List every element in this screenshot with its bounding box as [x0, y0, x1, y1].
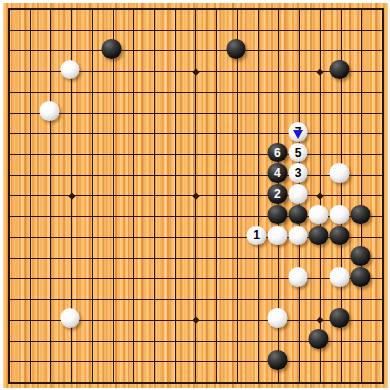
intersection[interactable] — [310, 331, 331, 352]
intersection[interactable] — [61, 372, 82, 390]
intersection[interactable] — [268, 227, 289, 248]
intersection[interactable] — [20, 186, 41, 207]
intersection[interactable] — [103, 289, 124, 310]
intersection[interactable] — [248, 0, 269, 20]
intersection[interactable] — [123, 103, 144, 124]
intersection[interactable] — [144, 268, 165, 289]
intersection[interactable] — [248, 123, 269, 144]
intersection[interactable] — [310, 248, 331, 269]
intersection[interactable] — [41, 206, 62, 227]
intersection[interactable] — [82, 248, 103, 269]
intersection[interactable] — [227, 227, 248, 248]
intersection[interactable] — [20, 103, 41, 124]
intersection[interactable] — [351, 0, 372, 20]
intersection[interactable] — [372, 0, 390, 20]
intersection[interactable] — [0, 144, 20, 165]
intersection[interactable] — [103, 310, 124, 331]
intersection[interactable] — [20, 20, 41, 41]
intersection[interactable] — [227, 144, 248, 165]
intersection[interactable] — [41, 186, 62, 207]
intersection[interactable] — [289, 351, 310, 372]
intersection[interactable] — [372, 103, 390, 124]
intersection[interactable] — [165, 227, 186, 248]
intersection[interactable] — [331, 248, 352, 269]
intersection[interactable] — [206, 165, 227, 186]
intersection[interactable] — [144, 351, 165, 372]
intersection[interactable] — [372, 41, 390, 62]
intersection[interactable]: 3 — [289, 165, 310, 186]
intersection[interactable] — [165, 144, 186, 165]
intersection[interactable] — [289, 82, 310, 103]
intersection[interactable] — [227, 268, 248, 289]
intersection[interactable] — [41, 61, 62, 82]
intersection[interactable] — [61, 310, 82, 331]
intersection[interactable] — [61, 123, 82, 144]
intersection[interactable] — [310, 227, 331, 248]
intersection[interactable] — [82, 20, 103, 41]
intersection[interactable] — [372, 20, 390, 41]
intersection[interactable] — [268, 289, 289, 310]
intersection[interactable] — [372, 310, 390, 331]
intersection[interactable] — [20, 268, 41, 289]
intersection[interactable] — [248, 82, 269, 103]
intersection[interactable] — [0, 0, 20, 20]
intersection[interactable] — [103, 248, 124, 269]
intersection[interactable] — [186, 82, 207, 103]
intersection[interactable] — [165, 268, 186, 289]
intersection[interactable] — [206, 103, 227, 124]
intersection[interactable] — [123, 372, 144, 390]
intersection[interactable] — [144, 248, 165, 269]
intersection[interactable]: 1 — [248, 227, 269, 248]
intersection[interactable] — [144, 20, 165, 41]
intersection[interactable] — [248, 165, 269, 186]
intersection[interactable] — [165, 248, 186, 269]
intersection[interactable] — [41, 248, 62, 269]
intersection[interactable] — [82, 289, 103, 310]
intersection[interactable] — [351, 103, 372, 124]
intersection[interactable]: 5 — [289, 144, 310, 165]
intersection[interactable] — [227, 82, 248, 103]
intersection[interactable] — [20, 41, 41, 62]
intersection[interactable] — [310, 61, 331, 82]
intersection[interactable] — [206, 227, 227, 248]
intersection[interactable] — [186, 144, 207, 165]
intersection[interactable] — [144, 289, 165, 310]
intersection[interactable] — [103, 82, 124, 103]
intersection[interactable] — [351, 331, 372, 352]
intersection[interactable] — [351, 20, 372, 41]
intersection[interactable] — [61, 41, 82, 62]
intersection[interactable] — [144, 331, 165, 352]
intersection[interactable] — [248, 41, 269, 62]
intersection[interactable] — [372, 144, 390, 165]
intersection[interactable]: 7 — [289, 123, 310, 144]
intersection[interactable] — [0, 248, 20, 269]
intersection[interactable] — [0, 331, 20, 352]
intersection[interactable] — [165, 82, 186, 103]
intersection[interactable] — [331, 0, 352, 20]
intersection[interactable] — [186, 123, 207, 144]
intersection[interactable] — [41, 82, 62, 103]
intersection[interactable] — [144, 82, 165, 103]
intersection[interactable] — [144, 0, 165, 20]
intersection[interactable] — [165, 165, 186, 186]
intersection[interactable] — [20, 82, 41, 103]
intersection[interactable] — [331, 123, 352, 144]
intersection[interactable] — [123, 0, 144, 20]
intersection[interactable] — [351, 123, 372, 144]
intersection[interactable] — [41, 103, 62, 124]
intersection[interactable] — [61, 227, 82, 248]
intersection[interactable] — [310, 0, 331, 20]
intersection[interactable] — [0, 103, 20, 124]
intersection[interactable] — [41, 123, 62, 144]
intersection[interactable] — [20, 165, 41, 186]
intersection[interactable]: 6 — [268, 144, 289, 165]
intersection[interactable] — [186, 186, 207, 207]
intersection[interactable] — [206, 61, 227, 82]
intersection[interactable] — [165, 186, 186, 207]
intersection[interactable] — [0, 268, 20, 289]
intersection[interactable] — [82, 123, 103, 144]
intersection[interactable] — [0, 227, 20, 248]
intersection[interactable] — [0, 61, 20, 82]
intersection[interactable] — [61, 20, 82, 41]
intersection[interactable] — [310, 165, 331, 186]
intersection[interactable] — [331, 186, 352, 207]
intersection[interactable] — [289, 248, 310, 269]
intersection[interactable] — [144, 61, 165, 82]
intersection[interactable] — [82, 372, 103, 390]
intersection[interactable] — [103, 186, 124, 207]
intersection[interactable] — [248, 61, 269, 82]
intersection[interactable] — [144, 103, 165, 124]
intersection[interactable] — [331, 310, 352, 331]
intersection[interactable] — [186, 351, 207, 372]
intersection[interactable] — [123, 289, 144, 310]
intersection[interactable] — [289, 61, 310, 82]
intersection[interactable] — [227, 20, 248, 41]
intersection[interactable] — [227, 310, 248, 331]
intersection[interactable] — [206, 82, 227, 103]
intersection[interactable] — [186, 268, 207, 289]
intersection[interactable] — [0, 351, 20, 372]
intersection[interactable] — [351, 268, 372, 289]
intersection[interactable] — [123, 165, 144, 186]
intersection[interactable] — [206, 331, 227, 352]
intersection[interactable] — [165, 61, 186, 82]
intersection[interactable] — [372, 165, 390, 186]
intersection[interactable] — [123, 351, 144, 372]
intersection[interactable] — [289, 186, 310, 207]
intersection[interactable] — [41, 20, 62, 41]
intersection[interactable] — [227, 165, 248, 186]
intersection[interactable]: 2 — [268, 186, 289, 207]
intersection[interactable] — [248, 20, 269, 41]
intersection[interactable] — [103, 227, 124, 248]
intersection[interactable] — [41, 165, 62, 186]
intersection[interactable] — [103, 206, 124, 227]
intersection[interactable] — [186, 61, 207, 82]
intersection[interactable] — [268, 123, 289, 144]
intersection[interactable] — [227, 289, 248, 310]
intersection[interactable] — [289, 206, 310, 227]
intersection[interactable] — [82, 41, 103, 62]
intersection[interactable] — [123, 310, 144, 331]
intersection[interactable] — [289, 227, 310, 248]
intersection[interactable] — [248, 186, 269, 207]
intersection[interactable] — [310, 372, 331, 390]
intersection[interactable] — [227, 248, 248, 269]
intersection[interactable] — [310, 82, 331, 103]
intersection[interactable] — [331, 20, 352, 41]
intersection[interactable] — [41, 331, 62, 352]
intersection[interactable] — [268, 351, 289, 372]
intersection[interactable] — [289, 310, 310, 331]
intersection[interactable] — [268, 103, 289, 124]
intersection[interactable] — [351, 351, 372, 372]
intersection[interactable] — [268, 41, 289, 62]
intersection[interactable] — [331, 103, 352, 124]
intersection[interactable] — [103, 41, 124, 62]
intersection[interactable] — [123, 227, 144, 248]
intersection[interactable] — [372, 227, 390, 248]
intersection[interactable] — [20, 0, 41, 20]
intersection[interactable] — [227, 0, 248, 20]
intersection[interactable] — [0, 206, 20, 227]
intersection[interactable] — [82, 61, 103, 82]
intersection[interactable] — [82, 165, 103, 186]
intersection[interactable] — [123, 61, 144, 82]
intersection[interactable] — [268, 20, 289, 41]
intersection[interactable] — [0, 82, 20, 103]
intersection[interactable] — [268, 268, 289, 289]
intersection[interactable] — [186, 310, 207, 331]
intersection[interactable] — [186, 372, 207, 390]
intersection[interactable] — [82, 144, 103, 165]
intersection[interactable] — [20, 206, 41, 227]
intersection[interactable] — [123, 41, 144, 62]
intersection[interactable] — [103, 372, 124, 390]
intersection[interactable] — [0, 310, 20, 331]
intersection[interactable] — [227, 372, 248, 390]
intersection[interactable] — [227, 331, 248, 352]
intersection[interactable] — [61, 186, 82, 207]
intersection[interactable] — [206, 0, 227, 20]
intersection[interactable] — [351, 186, 372, 207]
intersection[interactable] — [206, 41, 227, 62]
intersection[interactable] — [82, 186, 103, 207]
intersection[interactable] — [331, 165, 352, 186]
intersection[interactable] — [41, 289, 62, 310]
intersection[interactable] — [144, 227, 165, 248]
intersection[interactable] — [41, 268, 62, 289]
intersection[interactable] — [165, 331, 186, 352]
intersection[interactable] — [289, 268, 310, 289]
intersection[interactable] — [351, 248, 372, 269]
intersection[interactable] — [123, 123, 144, 144]
intersection[interactable] — [268, 61, 289, 82]
intersection[interactable] — [61, 0, 82, 20]
intersection[interactable] — [20, 227, 41, 248]
intersection[interactable] — [186, 103, 207, 124]
intersection[interactable] — [206, 248, 227, 269]
intersection[interactable] — [351, 206, 372, 227]
intersection[interactable] — [0, 123, 20, 144]
intersection[interactable] — [82, 331, 103, 352]
intersection[interactable] — [310, 351, 331, 372]
intersection[interactable] — [20, 248, 41, 269]
intersection[interactable] — [61, 61, 82, 82]
intersection[interactable] — [103, 144, 124, 165]
intersection[interactable] — [103, 0, 124, 20]
intersection[interactable] — [289, 289, 310, 310]
intersection[interactable] — [289, 41, 310, 62]
intersection[interactable] — [103, 61, 124, 82]
intersection[interactable] — [289, 103, 310, 124]
intersection[interactable] — [372, 186, 390, 207]
intersection[interactable] — [61, 103, 82, 124]
intersection[interactable] — [82, 206, 103, 227]
intersection[interactable] — [351, 165, 372, 186]
intersection[interactable] — [268, 82, 289, 103]
intersection[interactable] — [227, 123, 248, 144]
intersection[interactable] — [144, 165, 165, 186]
intersection[interactable] — [248, 310, 269, 331]
intersection[interactable] — [248, 372, 269, 390]
intersection[interactable] — [144, 310, 165, 331]
intersection[interactable] — [165, 103, 186, 124]
intersection[interactable] — [82, 227, 103, 248]
intersection[interactable] — [331, 144, 352, 165]
intersection[interactable] — [82, 310, 103, 331]
intersection[interactable] — [144, 186, 165, 207]
intersection[interactable] — [206, 144, 227, 165]
intersection[interactable] — [41, 227, 62, 248]
intersection[interactable] — [41, 41, 62, 62]
intersection[interactable] — [248, 268, 269, 289]
intersection[interactable] — [61, 165, 82, 186]
intersection[interactable] — [227, 206, 248, 227]
intersection[interactable] — [351, 227, 372, 248]
intersection[interactable] — [331, 331, 352, 352]
intersection[interactable] — [144, 41, 165, 62]
intersection[interactable] — [123, 331, 144, 352]
intersection[interactable] — [186, 227, 207, 248]
intersection[interactable] — [310, 123, 331, 144]
intersection[interactable] — [372, 331, 390, 352]
intersection[interactable] — [289, 0, 310, 20]
intersection[interactable] — [41, 0, 62, 20]
intersection[interactable] — [103, 351, 124, 372]
intersection[interactable] — [41, 351, 62, 372]
intersection[interactable] — [103, 331, 124, 352]
intersection[interactable] — [61, 268, 82, 289]
intersection[interactable] — [206, 206, 227, 227]
intersection[interactable] — [165, 310, 186, 331]
intersection[interactable] — [123, 144, 144, 165]
intersection[interactable] — [331, 372, 352, 390]
intersection[interactable] — [82, 268, 103, 289]
intersection[interactable] — [123, 20, 144, 41]
intersection[interactable] — [206, 351, 227, 372]
intersection[interactable] — [351, 144, 372, 165]
intersection[interactable] — [186, 20, 207, 41]
intersection[interactable] — [165, 41, 186, 62]
intersection[interactable] — [206, 123, 227, 144]
intersection[interactable] — [0, 20, 20, 41]
intersection[interactable] — [165, 206, 186, 227]
intersection[interactable] — [351, 289, 372, 310]
intersection[interactable] — [310, 206, 331, 227]
intersection[interactable] — [351, 82, 372, 103]
intersection[interactable] — [82, 0, 103, 20]
intersection[interactable] — [0, 289, 20, 310]
intersection[interactable] — [20, 123, 41, 144]
intersection[interactable] — [227, 41, 248, 62]
intersection[interactable] — [310, 103, 331, 124]
intersection[interactable] — [289, 372, 310, 390]
intersection[interactable] — [248, 289, 269, 310]
intersection[interactable] — [186, 41, 207, 62]
intersection[interactable] — [144, 123, 165, 144]
intersection[interactable] — [248, 351, 269, 372]
intersection[interactable] — [331, 227, 352, 248]
intersection[interactable] — [186, 331, 207, 352]
intersection[interactable] — [227, 186, 248, 207]
intersection[interactable] — [186, 248, 207, 269]
intersection[interactable] — [331, 268, 352, 289]
intersection[interactable] — [123, 206, 144, 227]
intersection[interactable] — [61, 82, 82, 103]
intersection[interactable] — [165, 351, 186, 372]
intersection[interactable] — [268, 331, 289, 352]
intersection[interactable] — [144, 372, 165, 390]
intersection[interactable] — [20, 310, 41, 331]
intersection[interactable] — [144, 206, 165, 227]
intersection[interactable] — [268, 310, 289, 331]
intersection[interactable] — [248, 103, 269, 124]
intersection[interactable] — [41, 372, 62, 390]
intersection[interactable] — [20, 289, 41, 310]
intersection[interactable] — [351, 61, 372, 82]
intersection[interactable] — [206, 310, 227, 331]
intersection[interactable] — [331, 61, 352, 82]
intersection[interactable] — [61, 248, 82, 269]
intersection[interactable] — [61, 351, 82, 372]
intersection[interactable] — [289, 331, 310, 352]
intersection[interactable] — [165, 123, 186, 144]
intersection[interactable] — [123, 186, 144, 207]
intersection[interactable] — [103, 123, 124, 144]
intersection[interactable] — [351, 310, 372, 331]
intersection[interactable] — [82, 82, 103, 103]
intersection[interactable] — [351, 41, 372, 62]
intersection[interactable] — [123, 268, 144, 289]
intersection[interactable] — [82, 103, 103, 124]
intersection[interactable] — [144, 144, 165, 165]
intersection[interactable] — [61, 331, 82, 352]
intersection[interactable] — [61, 144, 82, 165]
intersection[interactable] — [331, 206, 352, 227]
intersection[interactable] — [0, 41, 20, 62]
intersection[interactable] — [123, 82, 144, 103]
intersection[interactable] — [289, 20, 310, 41]
intersection[interactable] — [206, 289, 227, 310]
intersection[interactable] — [20, 61, 41, 82]
intersection[interactable] — [20, 331, 41, 352]
